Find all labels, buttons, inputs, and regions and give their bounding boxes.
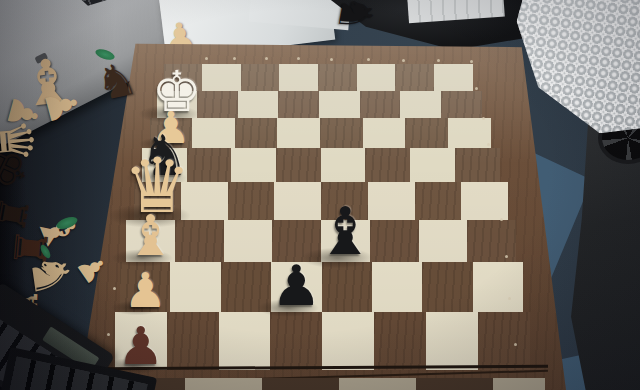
frame-dot-icon [487, 143, 490, 146]
frame-dot-icon [107, 333, 110, 336]
square-d1[interactable] [270, 312, 322, 370]
square-b2[interactable] [170, 262, 220, 312]
square-f6[interactable] [363, 118, 406, 148]
square-h8[interactable] [434, 64, 473, 91]
square-e6[interactable] [320, 118, 363, 148]
piece-black-pawn-d2[interactable]: ♟ [271, 258, 321, 314]
square-c5[interactable] [231, 148, 276, 182]
frame-dot-icon [367, 58, 370, 61]
frame-dot-icon [475, 87, 478, 90]
frame-dot-icon [265, 57, 268, 60]
frame-dot-icon [402, 59, 405, 62]
square-b8[interactable] [202, 64, 241, 91]
square-h6[interactable] [448, 118, 491, 148]
square-c1[interactable] [219, 312, 271, 370]
square-g6[interactable] [405, 118, 448, 148]
square-e1[interactable] [322, 312, 374, 370]
underboard-square [185, 378, 262, 390]
piece-brown-pawn-a1[interactable]: ♟ [118, 320, 165, 372]
square-d6[interactable] [277, 118, 320, 148]
square-f5[interactable] [365, 148, 410, 182]
square-g7[interactable] [400, 91, 441, 118]
square-h7[interactable] [441, 91, 482, 118]
frame-dot-icon [233, 57, 236, 60]
square-h5[interactable] [455, 148, 500, 182]
square-b7[interactable] [197, 91, 238, 118]
frame-dot-icon [297, 57, 300, 60]
square-e8[interactable] [318, 64, 357, 91]
square-e7[interactable] [319, 91, 360, 118]
square-f2[interactable] [372, 262, 422, 312]
square-d8[interactable] [279, 64, 318, 91]
square-h2[interactable] [473, 262, 523, 312]
underboard-square [493, 378, 545, 390]
piece-white-bishop-a3[interactable]: ♝ [125, 208, 175, 264]
piece-black-bishop-e3[interactable]: ♝ [316, 199, 375, 265]
square-b1[interactable] [167, 312, 219, 370]
square-b5[interactable] [187, 148, 232, 182]
square-g2[interactable] [422, 262, 472, 312]
square-f7[interactable] [360, 91, 401, 118]
square-f1[interactable] [374, 312, 426, 370]
square-e5[interactable] [321, 148, 366, 182]
frame-dot-icon [505, 255, 508, 258]
frame-dot-icon [205, 57, 208, 60]
square-d4[interactable] [274, 182, 321, 220]
square-c7[interactable] [238, 91, 279, 118]
square-c4[interactable] [228, 182, 275, 220]
square-g8[interactable] [395, 64, 434, 91]
frame-dot-icon [500, 218, 503, 221]
frame-dot-icon [482, 117, 485, 120]
board-row [164, 64, 473, 91]
square-f3[interactable] [370, 220, 419, 262]
board-row [157, 91, 482, 118]
frame-dot-icon [508, 297, 511, 300]
square-h4[interactable] [461, 182, 508, 220]
board-row [115, 312, 530, 370]
frame-dot-icon [437, 59, 440, 62]
square-d7[interactable] [278, 91, 319, 118]
frame-dot-icon [514, 343, 517, 346]
frame-dot-icon [330, 58, 333, 61]
frame-dot-icon [113, 287, 116, 290]
board-row [142, 148, 500, 182]
square-c6[interactable] [235, 118, 278, 148]
square-g3[interactable] [419, 220, 468, 262]
square-g4[interactable] [415, 182, 462, 220]
square-c3[interactable] [224, 220, 273, 262]
photo-scene: ♟♞ ♚♟♞♛♝♟♟♝♟ ♝♞♟♟♛♚♜♝♜♞♟♜ [0, 0, 640, 390]
square-g1[interactable] [426, 312, 478, 370]
underboard-square [262, 378, 339, 390]
square-h1[interactable] [478, 312, 530, 370]
square-g5[interactable] [410, 148, 455, 182]
underboard-square [416, 378, 493, 390]
square-f8[interactable] [357, 64, 396, 91]
square-h3[interactable] [467, 220, 516, 262]
frame-dot-icon [470, 60, 473, 63]
square-d5[interactable] [276, 148, 321, 182]
square-c8[interactable] [241, 64, 280, 91]
underboard-square [339, 378, 416, 390]
piece-white-pawn-a2[interactable]: ♟ [124, 266, 167, 314]
